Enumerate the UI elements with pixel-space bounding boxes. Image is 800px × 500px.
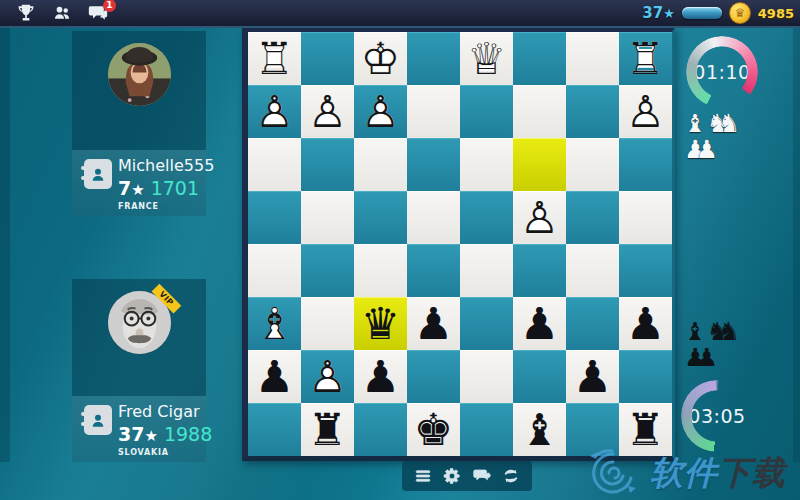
square[interactable]: ♟♙ <box>354 85 407 138</box>
right-edge-shade <box>793 28 800 462</box>
square[interactable] <box>301 297 354 350</box>
square[interactable] <box>354 403 407 456</box>
captured-piece: ♝ <box>684 111 706 136</box>
chess-board[interactable]: ♜♖♚♔♛♕♜♖♟♙♟♙♟♙♟♙♟♙♝♗♛♟♟♟♟♟♙♟♟♜♚♝♜ <box>248 32 672 456</box>
star-icon: ★ <box>144 427 157 445</box>
chess-board-frame: ♜♖♚♔♛♕♜♖♟♙♟♙♟♙♟♙♟♙♝♗♛♟♟♟♟♟♙♟♟♜♚♝♜ <box>242 27 675 461</box>
square[interactable] <box>566 297 619 350</box>
square[interactable]: ♚ <box>407 403 460 456</box>
black-queen[interactable]: ♛ <box>354 297 407 350</box>
avatar-michelle[interactable] <box>108 43 171 106</box>
player-name-bottom: Fred Cigar <box>118 402 212 421</box>
player-info-panel: Michelle555 7★ 1701 FRANCE <box>72 150 206 216</box>
square[interactable] <box>301 32 354 85</box>
square[interactable] <box>566 32 619 85</box>
square[interactable]: ♜♖ <box>619 32 672 85</box>
black-clock-time: 03:05 <box>688 405 745 427</box>
chat-icon[interactable]: 1 <box>88 3 108 23</box>
captured-piece: ♝ <box>684 319 706 344</box>
square[interactable]: ♚♔ <box>354 32 407 85</box>
square[interactable] <box>248 191 301 244</box>
captured-by-bottom-tray: ♝♞♞♟♟ <box>684 318 740 370</box>
captured-piece: ♞ <box>718 111 740 136</box>
player-country-top: FRANCE <box>118 202 214 211</box>
square[interactable] <box>460 350 513 403</box>
square[interactable] <box>407 244 460 297</box>
square[interactable] <box>619 191 672 244</box>
white-pawn[interactable]: ♟♙ <box>513 191 566 244</box>
black-rook[interactable]: ♜ <box>301 403 354 456</box>
square[interactable] <box>354 138 407 191</box>
square[interactable] <box>513 244 566 297</box>
square[interactable] <box>619 244 672 297</box>
top-bar: 1 37★ ♛ 4985 <box>0 0 800 28</box>
white-pawn[interactable]: ♟♙ <box>619 85 672 138</box>
square[interactable]: ♝♗ <box>248 297 301 350</box>
black-pawn[interactable]: ♟ <box>354 350 407 403</box>
black-pawn[interactable]: ♟ <box>407 297 460 350</box>
black-clock: 03:05 <box>681 380 753 452</box>
square[interactable]: ♟♙ <box>619 85 672 138</box>
chat-notification-badge: 1 <box>103 0 116 12</box>
chat-button[interactable] <box>472 466 492 486</box>
white-clock-time: 01:10 <box>693 61 750 83</box>
xp-progress-bar <box>682 7 722 19</box>
black-bishop[interactable]: ♝ <box>513 403 566 456</box>
square[interactable] <box>513 350 566 403</box>
white-clock: 01:10 <box>686 36 758 108</box>
square[interactable]: ♟ <box>354 350 407 403</box>
white-rook[interactable]: ♜♖ <box>248 32 301 85</box>
square[interactable]: ♟ <box>619 297 672 350</box>
square[interactable] <box>354 244 407 297</box>
watermark-text-dark: 下载 <box>718 453 786 492</box>
square[interactable] <box>566 85 619 138</box>
square[interactable] <box>301 191 354 244</box>
avatar-panel: VIP <box>72 279 206 396</box>
player-stars-top: 7★ <box>118 177 145 199</box>
square[interactable] <box>407 138 460 191</box>
square[interactable] <box>407 85 460 138</box>
white-king[interactable]: ♚♔ <box>354 32 407 85</box>
square[interactable]: ♟♙ <box>301 350 354 403</box>
player-card-top[interactable]: Michelle555 7★ 1701 FRANCE <box>72 31 206 216</box>
black-pawn[interactable]: ♟ <box>513 297 566 350</box>
captured-piece: ♟ <box>695 345 717 370</box>
settings-button[interactable] <box>442 466 462 486</box>
coin-balance: 4985 <box>758 6 794 21</box>
friends-icon[interactable] <box>52 3 72 23</box>
level-star-icon: ★ <box>663 6 675 21</box>
player-stars-bottom: 37★ <box>118 423 158 445</box>
square[interactable] <box>248 138 301 191</box>
avatar-panel <box>72 31 206 150</box>
square[interactable]: ♟♙ <box>513 191 566 244</box>
trophy-icon[interactable] <box>16 3 36 23</box>
black-rook[interactable]: ♜ <box>619 403 672 456</box>
captured-piece: ♟ <box>695 137 717 162</box>
white-pawn[interactable]: ♟♙ <box>301 350 354 403</box>
square[interactable] <box>619 138 672 191</box>
square[interactable]: ♛ <box>354 297 407 350</box>
square[interactable]: ♝ <box>513 403 566 456</box>
player-level: 37★ <box>642 4 675 22</box>
black-pawn[interactable]: ♟ <box>566 350 619 403</box>
square[interactable] <box>513 85 566 138</box>
square[interactable]: ♟♙ <box>301 85 354 138</box>
square[interactable] <box>619 350 672 403</box>
square[interactable] <box>301 138 354 191</box>
black-pawn[interactable]: ♟ <box>619 297 672 350</box>
square[interactable] <box>407 191 460 244</box>
square[interactable] <box>566 403 619 456</box>
square[interactable] <box>460 85 513 138</box>
coin-icon[interactable]: ♛ <box>729 2 751 24</box>
white-pawn[interactable]: ♟♙ <box>354 85 407 138</box>
square[interactable] <box>513 138 566 191</box>
white-pawn[interactable]: ♟♙ <box>248 85 301 138</box>
player-country-bottom: SLOVAKIA <box>118 448 212 457</box>
square[interactable]: ♜♖ <box>248 32 301 85</box>
square[interactable] <box>354 191 407 244</box>
square[interactable] <box>566 244 619 297</box>
square[interactable]: ♜ <box>301 403 354 456</box>
game-toolbar <box>402 461 532 491</box>
contact-book-icon[interactable] <box>80 405 112 439</box>
square[interactable] <box>407 350 460 403</box>
contact-book-icon[interactable] <box>80 159 112 193</box>
square[interactable] <box>460 297 513 350</box>
black-pawn[interactable]: ♟ <box>248 350 301 403</box>
square[interactable] <box>301 244 354 297</box>
square[interactable] <box>460 403 513 456</box>
square[interactable]: ♜ <box>619 403 672 456</box>
square[interactable]: ♛♕ <box>460 32 513 85</box>
square[interactable] <box>248 244 301 297</box>
player-name-top: Michelle555 <box>118 156 214 175</box>
white-bishop[interactable]: ♝♗ <box>248 297 301 350</box>
white-rook[interactable]: ♜♖ <box>619 32 672 85</box>
white-queen[interactable]: ♛♕ <box>460 32 513 85</box>
star-icon: ★ <box>131 181 144 199</box>
white-pawn[interactable]: ♟♙ <box>301 85 354 138</box>
captured-by-top-tray: ♝♞♞♟♟ <box>684 110 740 162</box>
player-rating-bottom: 1988 <box>164 423 212 445</box>
player-rating-top: 1701 <box>151 177 199 199</box>
square[interactable]: ♟ <box>407 297 460 350</box>
square[interactable]: ♟ <box>513 297 566 350</box>
square[interactable] <box>513 32 566 85</box>
square[interactable]: ♟ <box>248 350 301 403</box>
square[interactable] <box>460 191 513 244</box>
player-info-panel: Fred Cigar 37★ 1988 SLOVAKIA <box>72 396 206 462</box>
square[interactable] <box>407 32 460 85</box>
black-king[interactable]: ♚ <box>407 403 460 456</box>
left-edge-shade <box>0 28 10 462</box>
square[interactable]: ♟ <box>566 350 619 403</box>
flip-board-button[interactable] <box>501 466 521 486</box>
captured-piece: ♞ <box>718 319 740 344</box>
square[interactable] <box>566 138 619 191</box>
square[interactable]: ♟♙ <box>248 85 301 138</box>
menu-button[interactable] <box>413 466 433 486</box>
square[interactable] <box>460 138 513 191</box>
square[interactable] <box>460 244 513 297</box>
player-card-bottom[interactable]: VIP Fred Cigar 37★ 1988 SLOVAKIA <box>72 279 206 462</box>
square[interactable] <box>248 403 301 456</box>
square[interactable] <box>566 191 619 244</box>
